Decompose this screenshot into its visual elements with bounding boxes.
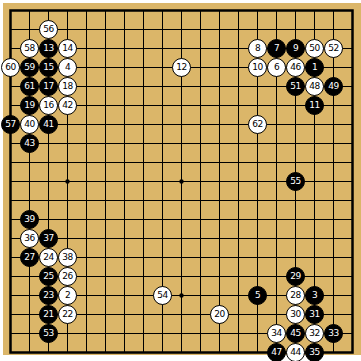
stone-38-white[interactable]: 38 [58,248,77,267]
move-number: 12 [176,63,186,72]
stone-12-white[interactable]: 12 [172,58,191,77]
move-number: 11 [309,101,319,110]
move-number: 20 [214,310,224,319]
stone-45-black[interactable]: 45 [286,324,305,343]
move-number: 38 [62,253,72,262]
move-number: 24 [43,253,53,262]
move-number: 13 [43,44,53,53]
move-number: 48 [309,82,319,91]
move-number: 53 [43,329,53,338]
stone-40-white[interactable]: 40 [20,115,39,134]
stone-14-white[interactable]: 14 [58,39,77,58]
stone-47-black[interactable]: 47 [267,343,286,361]
move-number: 16 [43,101,53,110]
stone-33-black[interactable]: 33 [324,324,343,343]
stone-30-white[interactable]: 30 [286,305,305,324]
move-number: 27 [24,253,34,262]
move-number: 51 [290,82,300,91]
stone-48-white[interactable]: 48 [305,77,324,96]
move-number: 6 [274,63,279,72]
move-number: 46 [290,63,300,72]
move-number: 2 [65,291,70,300]
move-number: 10 [252,63,262,72]
stone-24-white[interactable]: 24 [39,248,58,267]
move-number: 39 [24,215,34,224]
stone-19-black[interactable]: 19 [20,96,39,115]
stone-34-white[interactable]: 34 [267,324,286,343]
move-number: 18 [62,82,72,91]
star-point [179,179,183,183]
star-point [65,179,69,183]
move-number: 31 [309,310,319,319]
move-number: 36 [24,234,34,243]
stone-35-black[interactable]: 35 [305,343,324,361]
move-number: 45 [290,329,300,338]
go-board: 1234567891011121314151617181920212223242… [3,3,361,355]
move-number: 55 [290,177,300,186]
stone-50-white[interactable]: 50 [305,39,324,58]
stone-58-white[interactable]: 58 [20,39,39,58]
stone-11-black[interactable]: 11 [305,96,324,115]
move-number: 14 [62,44,72,53]
move-number: 42 [62,101,72,110]
stone-3-black[interactable]: 3 [305,286,324,305]
stone-55-black[interactable]: 55 [286,172,305,191]
stone-7-black[interactable]: 7 [267,39,286,58]
move-number: 40 [24,120,34,129]
stone-41-black[interactable]: 41 [39,115,58,134]
move-number: 15 [43,63,53,72]
stone-61-black[interactable]: 61 [20,77,39,96]
move-number: 52 [328,44,338,53]
stone-51-black[interactable]: 51 [286,77,305,96]
go-diagram: 1234567891011121314151617181920212223242… [0,0,361,361]
stone-8-white[interactable]: 8 [248,39,267,58]
move-number: 29 [290,272,300,281]
stone-18-white[interactable]: 18 [58,77,77,96]
move-number: 25 [43,272,53,281]
stone-56-white[interactable]: 56 [39,20,58,39]
stone-43-black[interactable]: 43 [20,134,39,153]
stone-16-white[interactable]: 16 [39,96,58,115]
stone-5-black[interactable]: 5 [248,286,267,305]
stone-6-white[interactable]: 6 [267,58,286,77]
stone-62-white[interactable]: 62 [248,115,267,134]
stone-23-black[interactable]: 23 [39,286,58,305]
move-number: 4 [65,63,70,72]
stone-32-white[interactable]: 32 [305,324,324,343]
stone-53-black[interactable]: 53 [39,324,58,343]
move-number: 43 [24,139,34,148]
move-number: 58 [24,44,34,53]
stone-29-black[interactable]: 29 [286,267,305,286]
stone-52-white[interactable]: 52 [324,39,343,58]
move-number: 60 [5,63,15,72]
stone-39-black[interactable]: 39 [20,210,39,229]
move-number: 17 [43,82,53,91]
move-number: 44 [290,348,300,357]
stone-60-white[interactable]: 60 [1,58,20,77]
stone-2-white[interactable]: 2 [58,286,77,305]
move-number: 54 [157,291,167,300]
move-number: 37 [43,234,53,243]
move-number: 26 [62,272,72,281]
move-number: 47 [271,348,281,357]
stone-13-black[interactable]: 13 [39,39,58,58]
move-number: 34 [271,329,281,338]
move-number: 8 [255,44,260,53]
stone-44-white[interactable]: 44 [286,343,305,361]
move-number: 35 [309,348,319,357]
move-number: 19 [24,101,34,110]
move-number: 32 [309,329,319,338]
stone-57-black[interactable]: 57 [1,115,20,134]
move-number: 30 [290,310,300,319]
stone-46-white[interactable]: 46 [286,58,305,77]
stone-59-black[interactable]: 59 [20,58,39,77]
move-number: 57 [5,120,15,129]
stone-31-black[interactable]: 31 [305,305,324,324]
move-number: 7 [274,44,279,53]
stone-17-black[interactable]: 17 [39,77,58,96]
stone-37-black[interactable]: 37 [39,229,58,248]
stone-15-black[interactable]: 15 [39,58,58,77]
star-point [179,293,183,297]
move-number: 33 [328,329,338,338]
stone-4-white[interactable]: 4 [58,58,77,77]
move-number: 3 [312,291,317,300]
move-number: 5 [255,291,260,300]
stone-21-black[interactable]: 21 [39,305,58,324]
stone-1-black[interactable]: 1 [305,58,324,77]
stone-28-white[interactable]: 28 [286,286,305,305]
stone-49-black[interactable]: 49 [324,77,343,96]
move-number: 28 [290,291,300,300]
move-number: 61 [24,82,34,91]
move-number: 59 [24,63,34,72]
move-number: 49 [328,82,338,91]
move-number: 1 [312,63,317,72]
stone-20-white[interactable]: 20 [210,305,229,324]
stone-10-white[interactable]: 10 [248,58,267,77]
stone-36-white[interactable]: 36 [20,229,39,248]
move-number: 23 [43,291,53,300]
stone-25-black[interactable]: 25 [39,267,58,286]
move-number: 50 [309,44,319,53]
move-number: 56 [43,25,53,34]
move-number: 41 [43,120,53,129]
stone-42-white[interactable]: 42 [58,96,77,115]
move-number: 62 [252,120,262,129]
move-number: 9 [293,44,298,53]
move-number: 22 [62,310,72,319]
move-number: 21 [43,310,53,319]
stone-27-black[interactable]: 27 [20,248,39,267]
stone-22-white[interactable]: 22 [58,305,77,324]
stone-26-white[interactable]: 26 [58,267,77,286]
stone-54-white[interactable]: 54 [153,286,172,305]
stone-9-black[interactable]: 9 [286,39,305,58]
